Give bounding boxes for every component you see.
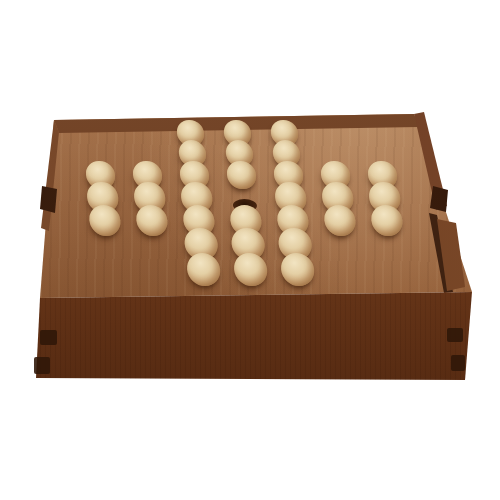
peg-c7[interactable] bbox=[185, 253, 222, 287]
dovetail-joint bbox=[40, 330, 57, 345]
dovetail-joint bbox=[451, 355, 465, 371]
product-photo bbox=[0, 0, 500, 500]
hole-e7[interactable] bbox=[273, 256, 323, 283]
hole-b5[interactable] bbox=[127, 209, 176, 232]
solitaire-board bbox=[72, 123, 416, 283]
board-blank bbox=[354, 123, 403, 143]
board-blank bbox=[119, 123, 168, 143]
hole-f5[interactable] bbox=[315, 209, 364, 232]
hole-d7[interactable] bbox=[226, 256, 276, 283]
board-blank bbox=[307, 123, 356, 143]
board-blank bbox=[364, 232, 413, 256]
board-blank bbox=[129, 232, 178, 256]
peg-e7[interactable] bbox=[279, 253, 316, 287]
board-blank bbox=[132, 256, 182, 283]
hole-c7[interactable] bbox=[179, 256, 229, 283]
board-blank bbox=[320, 256, 370, 283]
board-blank bbox=[317, 232, 366, 256]
dovetail-joint bbox=[34, 357, 50, 374]
dovetail-joint bbox=[447, 328, 463, 342]
hole-g5[interactable] bbox=[362, 209, 411, 232]
peg-d7[interactable] bbox=[232, 253, 269, 287]
board-blank bbox=[367, 256, 417, 283]
hole-d3[interactable] bbox=[217, 164, 266, 186]
board-blank bbox=[82, 232, 131, 256]
hole-a5[interactable] bbox=[80, 209, 129, 232]
board-blank bbox=[85, 256, 135, 283]
board-blank bbox=[72, 123, 121, 143]
